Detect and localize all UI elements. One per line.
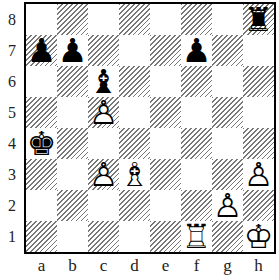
square-h7[interactable] — [243, 35, 274, 66]
file-label-h: h — [243, 254, 274, 278]
square-f7[interactable]: ♟ — [181, 35, 212, 66]
white-piece-outline: ♙ — [88, 159, 119, 190]
square-f5[interactable] — [181, 97, 212, 128]
square-h8[interactable]: ♜ — [243, 4, 274, 35]
square-a4[interactable]: ♚ — [26, 128, 57, 159]
white-piece-outline: ♙ — [88, 97, 119, 128]
rank-label-8: 8 — [0, 4, 24, 35]
rank-label-1: 1 — [0, 221, 24, 252]
square-h1[interactable]: ♚♔ — [243, 221, 274, 252]
file-label-a: a — [26, 254, 57, 278]
white-pawn-piece: ♟♙ — [243, 159, 274, 190]
square-e6[interactable] — [150, 66, 181, 97]
square-f1[interactable]: ♜♖ — [181, 221, 212, 252]
rank-label-7: 7 — [0, 35, 24, 66]
black-piece-glyph: ♟ — [26, 35, 57, 66]
black-king-piece: ♚ — [26, 128, 57, 159]
square-a6[interactable] — [26, 66, 57, 97]
white-piece-outline: ♙ — [212, 190, 243, 221]
square-h5[interactable] — [243, 97, 274, 128]
square-d3[interactable]: ♝♗ — [119, 159, 150, 190]
square-d8[interactable] — [119, 4, 150, 35]
square-a3[interactable] — [26, 159, 57, 190]
white-piece-outline: ♖ — [181, 221, 212, 252]
square-b6[interactable] — [57, 66, 88, 97]
black-piece-glyph: ♟ — [181, 35, 212, 66]
square-g7[interactable] — [212, 35, 243, 66]
file-label-f: f — [181, 254, 212, 278]
square-e3[interactable] — [150, 159, 181, 190]
square-c1[interactable] — [88, 221, 119, 252]
white-piece-outline: ♔ — [243, 221, 274, 252]
chess-board: ♜♟♟♟♝♟♙♚♟♙♝♗♟♙♟♙♜♖♚♔ — [24, 2, 276, 254]
file-label-d: d — [119, 254, 150, 278]
black-pawn-piece: ♟ — [26, 35, 57, 66]
square-c5[interactable]: ♟♙ — [88, 97, 119, 128]
black-pawn-piece: ♟ — [181, 35, 212, 66]
file-labels: abcdefgh — [26, 254, 274, 278]
white-pawn-piece: ♟♙ — [88, 97, 119, 128]
square-a1[interactable] — [26, 221, 57, 252]
rank-label-6: 6 — [0, 66, 24, 97]
white-bishop-piece: ♝♗ — [119, 159, 150, 190]
square-g2[interactable]: ♟♙ — [212, 190, 243, 221]
square-e5[interactable] — [150, 97, 181, 128]
square-g6[interactable] — [212, 66, 243, 97]
square-c3[interactable]: ♟♙ — [88, 159, 119, 190]
chess-diagram: 87654321 ♜♟♟♟♝♟♙♚♟♙♝♗♟♙♟♙♜♖♚♔ abcdefgh — [0, 0, 279, 280]
square-e8[interactable] — [150, 4, 181, 35]
file-label-e: e — [150, 254, 181, 278]
rank-label-3: 3 — [0, 159, 24, 190]
rank-label-5: 5 — [0, 97, 24, 128]
rank-label-2: 2 — [0, 190, 24, 221]
square-d2[interactable] — [119, 190, 150, 221]
square-g8[interactable] — [212, 4, 243, 35]
square-d6[interactable] — [119, 66, 150, 97]
file-label-c: c — [88, 254, 119, 278]
square-e7[interactable] — [150, 35, 181, 66]
square-a2[interactable] — [26, 190, 57, 221]
square-b5[interactable] — [57, 97, 88, 128]
white-rook-piece: ♜♖ — [181, 221, 212, 252]
square-h6[interactable] — [243, 66, 274, 97]
square-b3[interactable] — [57, 159, 88, 190]
square-c2[interactable] — [88, 190, 119, 221]
rank-label-4: 4 — [0, 128, 24, 159]
white-king-piece: ♚♔ — [243, 221, 274, 252]
square-b7[interactable]: ♟ — [57, 35, 88, 66]
white-pawn-piece: ♟♙ — [88, 159, 119, 190]
square-d7[interactable] — [119, 35, 150, 66]
black-piece-glyph: ♚ — [26, 128, 57, 159]
square-d5[interactable] — [119, 97, 150, 128]
square-g1[interactable] — [212, 221, 243, 252]
square-g5[interactable] — [212, 97, 243, 128]
square-h3[interactable]: ♟♙ — [243, 159, 274, 190]
square-b1[interactable] — [57, 221, 88, 252]
black-piece-glyph: ♟ — [57, 35, 88, 66]
square-e2[interactable] — [150, 190, 181, 221]
square-b2[interactable] — [57, 190, 88, 221]
black-rook-piece: ♜ — [243, 4, 274, 35]
black-piece-glyph: ♜ — [243, 4, 274, 35]
square-c8[interactable] — [88, 4, 119, 35]
white-piece-outline: ♗ — [119, 159, 150, 190]
rank-labels: 87654321 — [0, 4, 24, 252]
square-f4[interactable] — [181, 128, 212, 159]
square-f3[interactable] — [181, 159, 212, 190]
square-g4[interactable] — [212, 128, 243, 159]
square-f6[interactable] — [181, 66, 212, 97]
file-label-g: g — [212, 254, 243, 278]
white-piece-outline: ♙ — [243, 159, 274, 190]
square-e1[interactable] — [150, 221, 181, 252]
black-pawn-piece: ♟ — [57, 35, 88, 66]
square-e4[interactable] — [150, 128, 181, 159]
square-a7[interactable]: ♟ — [26, 35, 57, 66]
white-pawn-piece: ♟♙ — [212, 190, 243, 221]
square-b4[interactable] — [57, 128, 88, 159]
square-d1[interactable] — [119, 221, 150, 252]
file-label-b: b — [57, 254, 88, 278]
